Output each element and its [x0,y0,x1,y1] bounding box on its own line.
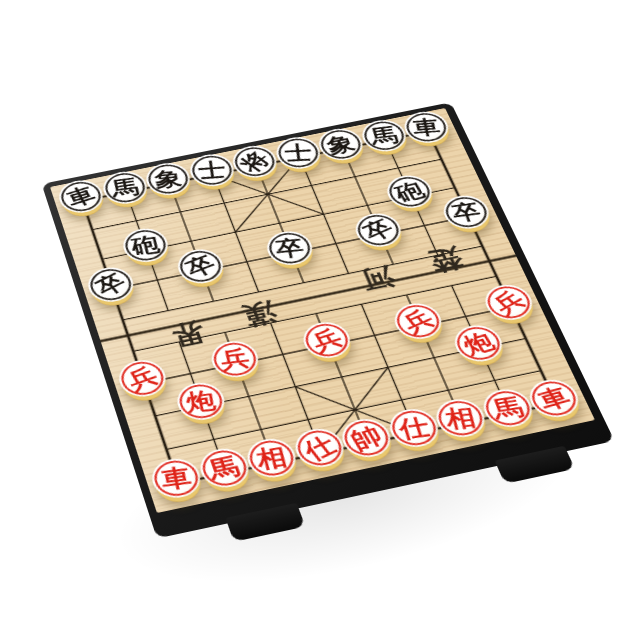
piece-glyph: 兵 [218,346,251,371]
piece-glyph: 相 [254,444,289,471]
file-line [256,166,303,283]
piece-glyph: 砲 [129,234,161,258]
piece-glyph: 車 [411,117,442,138]
file-line [343,149,394,265]
piece-glyph: 炮 [184,388,217,413]
piece-glyph: 相 [443,405,478,431]
file-line [170,183,214,301]
piece-glyph: 士 [197,160,226,181]
piece-glyph: 馬 [368,125,400,147]
piece-glyph: 士 [283,143,312,164]
xiangqi-board: 界漢河楚 車馬象士将士象馬車砲砲卒卒卒卒卒兵兵兵兵兵炮炮車馬相仕帥仕相馬車 [50,108,595,513]
piece-glyph: 車 [159,465,193,492]
piece-glyph: 象 [153,168,183,190]
piece-glyph: 馬 [109,176,140,199]
piece-glyph: 卒 [274,237,306,260]
piece-glyph: 仕 [396,415,432,442]
scene: 界漢河楚 車馬象士将士象馬車砲砲卒卒卒卒卒兵兵兵兵兵炮炮車馬相仕帥仕相馬車 [0,0,640,640]
